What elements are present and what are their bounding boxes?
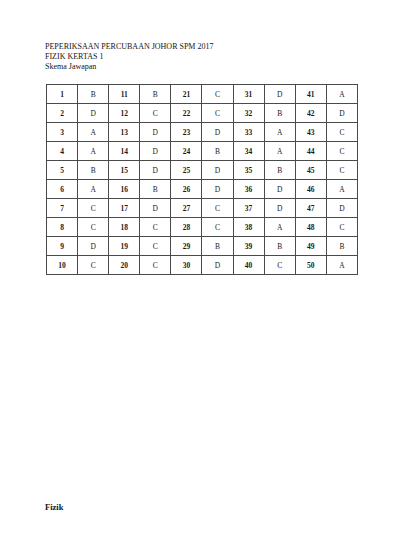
question-number-cell: 7 <box>47 199 78 218</box>
answer-cell: B <box>202 142 233 161</box>
answer-cell: C <box>140 256 171 275</box>
answer-cell: C <box>78 199 109 218</box>
question-number-cell: 26 <box>171 180 202 199</box>
question-number-cell: 46 <box>295 180 326 199</box>
question-number-cell: 16 <box>109 180 140 199</box>
question-number-cell: 8 <box>47 218 78 237</box>
question-number-cell: 19 <box>109 237 140 256</box>
question-number-cell: 2 <box>47 104 78 123</box>
answer-cell: C <box>202 85 233 104</box>
answer-cell: B <box>264 161 295 180</box>
answer-cell: D <box>140 123 171 142</box>
question-number-cell: 23 <box>171 123 202 142</box>
answer-cell: A <box>264 218 295 237</box>
answer-cell: D <box>140 161 171 180</box>
question-number-cell: 30 <box>171 256 202 275</box>
answer-cell: C <box>140 104 171 123</box>
answer-table-body: 1B11B21C31D41A2D12C22C32B42D3A13D23D33A4… <box>47 85 358 275</box>
question-number-cell: 49 <box>295 237 326 256</box>
answer-cell: B <box>264 104 295 123</box>
question-number-cell: 38 <box>233 218 264 237</box>
subject-paper-title: FIZIK KERTAS 1 <box>45 52 213 62</box>
question-number-cell: 11 <box>109 85 140 104</box>
answer-cell: D <box>326 104 357 123</box>
answer-cell: C <box>140 218 171 237</box>
question-number-cell: 33 <box>233 123 264 142</box>
question-number-cell: 41 <box>295 85 326 104</box>
question-number-cell: 27 <box>171 199 202 218</box>
table-row: 1B11B21C31D41A <box>47 85 358 104</box>
answer-cell: D <box>78 104 109 123</box>
question-number-cell: 22 <box>171 104 202 123</box>
question-number-cell: 34 <box>233 142 264 161</box>
answer-cell: C <box>326 142 357 161</box>
question-number-cell: 29 <box>171 237 202 256</box>
answer-cell: C <box>202 104 233 123</box>
question-number-cell: 5 <box>47 161 78 180</box>
question-number-cell: 15 <box>109 161 140 180</box>
question-number-cell: 14 <box>109 142 140 161</box>
answer-cell: B <box>140 180 171 199</box>
answer-cell: A <box>264 142 295 161</box>
table-row: 6A16B26D36D46A <box>47 180 358 199</box>
document-page: PEPERIKSAAN PERCUBAAN JOHOR SPM 2017 FIZ… <box>0 0 400 550</box>
question-number-cell: 39 <box>233 237 264 256</box>
answer-cell: D <box>78 237 109 256</box>
question-number-cell: 13 <box>109 123 140 142</box>
answer-cell: C <box>140 237 171 256</box>
question-number-cell: 9 <box>47 237 78 256</box>
question-number-cell: 43 <box>295 123 326 142</box>
question-number-cell: 25 <box>171 161 202 180</box>
answer-cell: D <box>140 142 171 161</box>
answer-cell: C <box>264 256 295 275</box>
question-number-cell: 40 <box>233 256 264 275</box>
question-number-cell: 36 <box>233 180 264 199</box>
question-number-cell: 45 <box>295 161 326 180</box>
question-number-cell: 28 <box>171 218 202 237</box>
question-number-cell: 48 <box>295 218 326 237</box>
answer-cell: C <box>78 218 109 237</box>
question-number-cell: 37 <box>233 199 264 218</box>
table-row: 3A13D23D33A43C <box>47 123 358 142</box>
question-number-cell: 1 <box>47 85 78 104</box>
table-row: 9D19C29B39B49B <box>47 237 358 256</box>
answer-cell: B <box>140 85 171 104</box>
question-number-cell: 31 <box>233 85 264 104</box>
answer-cell: D <box>140 199 171 218</box>
answer-cell: D <box>202 123 233 142</box>
answer-cell: C <box>326 123 357 142</box>
answer-table: 1B11B21C31D41A2D12C22C32B42D3A13D23D33A4… <box>46 84 358 275</box>
exam-title: PEPERIKSAAN PERCUBAAN JOHOR SPM 2017 <box>45 42 213 52</box>
answer-scheme-label: Skema Jawapan <box>45 62 213 72</box>
answer-cell: D <box>264 85 295 104</box>
answer-cell: B <box>202 237 233 256</box>
answer-cell: A <box>326 180 357 199</box>
answer-cell: D <box>264 180 295 199</box>
answer-cell: B <box>78 85 109 104</box>
answer-cell: A <box>264 123 295 142</box>
question-number-cell: 3 <box>47 123 78 142</box>
document-header: PEPERIKSAAN PERCUBAAN JOHOR SPM 2017 FIZ… <box>45 42 213 72</box>
answer-cell: B <box>326 237 357 256</box>
answer-cell: A <box>78 123 109 142</box>
question-number-cell: 18 <box>109 218 140 237</box>
answer-cell: C <box>326 218 357 237</box>
answer-cell: B <box>78 161 109 180</box>
question-number-cell: 47 <box>295 199 326 218</box>
answer-cell: A <box>78 142 109 161</box>
question-number-cell: 35 <box>233 161 264 180</box>
table-row: 10C20C30D40C50A <box>47 256 358 275</box>
table-row: 7C17D27C37D47D <box>47 199 358 218</box>
question-number-cell: 10 <box>47 256 78 275</box>
question-number-cell: 20 <box>109 256 140 275</box>
answer-cell: C <box>78 256 109 275</box>
answer-cell: C <box>202 218 233 237</box>
answer-cell: D <box>264 199 295 218</box>
table-row: 2D12C22C32B42D <box>47 104 358 123</box>
table-row: 5B15D25D35B45C <box>47 161 358 180</box>
question-number-cell: 44 <box>295 142 326 161</box>
answer-cell: D <box>202 256 233 275</box>
question-number-cell: 21 <box>171 85 202 104</box>
answer-cell: A <box>326 256 357 275</box>
answer-cell: A <box>78 180 109 199</box>
answer-cell: D <box>202 180 233 199</box>
answer-cell: D <box>202 161 233 180</box>
question-number-cell: 24 <box>171 142 202 161</box>
question-number-cell: 50 <box>295 256 326 275</box>
answer-cell: C <box>326 161 357 180</box>
question-number-cell: 17 <box>109 199 140 218</box>
answer-cell: D <box>326 199 357 218</box>
question-number-cell: 42 <box>295 104 326 123</box>
answer-cell: A <box>326 85 357 104</box>
table-row: 8C18C28C38A48C <box>47 218 358 237</box>
question-number-cell: 12 <box>109 104 140 123</box>
question-number-cell: 32 <box>233 104 264 123</box>
answer-cell: C <box>202 199 233 218</box>
question-number-cell: 4 <box>47 142 78 161</box>
answer-cell: B <box>264 237 295 256</box>
footer-subject-label: Fizik <box>45 502 63 512</box>
table-row: 4A14D24B34A44C <box>47 142 358 161</box>
question-number-cell: 6 <box>47 180 78 199</box>
